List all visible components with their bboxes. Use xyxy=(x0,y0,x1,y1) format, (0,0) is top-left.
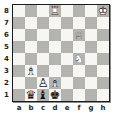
square-e7[interactable] xyxy=(61,17,73,29)
piece-outline: ♘ xyxy=(73,53,85,65)
square-d6[interactable] xyxy=(49,29,61,41)
square-a7[interactable] xyxy=(13,17,25,29)
rank-label-5: 5 xyxy=(2,41,11,53)
piece-black-bishop[interactable]: ♝ xyxy=(37,89,49,101)
chess-diagram: 87654321 ♜♖♚♔♛♕♞♘♝♗♟♙♝♗♛♝♚ abcdefgh xyxy=(0,0,119,119)
piece-solid: ♝ xyxy=(37,89,49,101)
piece-solid: ♚ xyxy=(49,89,61,101)
square-c8[interactable] xyxy=(37,5,49,17)
square-c5[interactable] xyxy=(37,41,49,53)
square-a4[interactable] xyxy=(13,53,25,65)
square-a1[interactable] xyxy=(13,89,25,101)
square-h8[interactable]: ♚♔ xyxy=(97,5,109,17)
square-b7[interactable] xyxy=(25,17,37,29)
square-a8[interactable] xyxy=(13,5,25,17)
file-label-b: b xyxy=(25,104,37,113)
piece-white-king[interactable]: ♚♔ xyxy=(97,5,109,17)
piece-white-bishop[interactable]: ♝♗ xyxy=(25,65,37,77)
square-h2[interactable] xyxy=(97,77,109,89)
square-a2[interactable] xyxy=(13,77,25,89)
square-d4[interactable] xyxy=(49,53,61,65)
square-g6[interactable] xyxy=(85,29,97,41)
file-labels: abcdefgh xyxy=(13,104,109,113)
square-e4[interactable] xyxy=(61,53,73,65)
square-c7[interactable] xyxy=(37,17,49,29)
square-f1[interactable] xyxy=(73,89,85,101)
piece-outline: ♔ xyxy=(97,5,109,17)
square-b3[interactable]: ♝♗ xyxy=(25,65,37,77)
square-e5[interactable] xyxy=(61,41,73,53)
square-g4[interactable] xyxy=(85,53,97,65)
piece-solid: ♛ xyxy=(25,89,37,101)
square-a3[interactable] xyxy=(13,65,25,77)
square-h7[interactable] xyxy=(97,17,109,29)
piece-outline: ♕ xyxy=(73,29,85,41)
square-e3[interactable] xyxy=(61,65,73,77)
file-label-g: g xyxy=(85,104,97,113)
chess-board: ♜♖♚♔♛♕♞♘♝♗♟♙♝♗♛♝♚ xyxy=(12,4,110,102)
file-label-c: c xyxy=(37,104,49,113)
square-c4[interactable] xyxy=(37,53,49,65)
square-f2[interactable] xyxy=(73,77,85,89)
square-e1[interactable] xyxy=(61,89,73,101)
square-f4[interactable]: ♞♘ xyxy=(73,53,85,65)
square-a5[interactable] xyxy=(13,41,25,53)
rank-label-8: 8 xyxy=(2,5,11,17)
square-f3[interactable] xyxy=(73,65,85,77)
file-label-d: d xyxy=(49,104,61,113)
file-label-a: a xyxy=(13,104,25,113)
rank-labels: 87654321 xyxy=(2,5,11,101)
piece-black-queen[interactable]: ♛ xyxy=(25,89,37,101)
piece-outline: ♖ xyxy=(49,5,61,17)
square-h1[interactable] xyxy=(97,89,109,101)
square-e2[interactable] xyxy=(61,77,73,89)
rank-label-3: 3 xyxy=(2,65,11,77)
square-h5[interactable] xyxy=(97,41,109,53)
piece-white-knight[interactable]: ♞♘ xyxy=(73,53,85,65)
square-a6[interactable] xyxy=(13,29,25,41)
square-d8[interactable]: ♜♖ xyxy=(49,5,61,17)
square-g1[interactable] xyxy=(85,89,97,101)
square-b8[interactable] xyxy=(25,5,37,17)
piece-outline: ♗ xyxy=(25,65,37,77)
rank-label-4: 4 xyxy=(2,53,11,65)
file-label-f: f xyxy=(73,104,85,113)
square-h6[interactable] xyxy=(97,29,109,41)
piece-white-rook[interactable]: ♜♖ xyxy=(49,5,61,17)
square-g7[interactable] xyxy=(85,17,97,29)
square-c1[interactable]: ♝ xyxy=(37,89,49,101)
piece-white-queen[interactable]: ♛♕ xyxy=(73,29,85,41)
square-g3[interactable] xyxy=(85,65,97,77)
file-label-e: e xyxy=(61,104,73,113)
square-e6[interactable] xyxy=(61,29,73,41)
square-d1[interactable]: ♚ xyxy=(49,89,61,101)
square-g5[interactable] xyxy=(85,41,97,53)
rank-label-7: 7 xyxy=(2,17,11,29)
square-b6[interactable] xyxy=(25,29,37,41)
square-c6[interactable] xyxy=(37,29,49,41)
square-e8[interactable] xyxy=(61,5,73,17)
square-f8[interactable] xyxy=(73,5,85,17)
rank-label-6: 6 xyxy=(2,29,11,41)
square-d5[interactable] xyxy=(49,41,61,53)
square-b5[interactable] xyxy=(25,41,37,53)
square-g8[interactable] xyxy=(85,5,97,17)
rank-label-1: 1 xyxy=(2,89,11,101)
rank-label-2: 2 xyxy=(2,77,11,89)
square-h4[interactable] xyxy=(97,53,109,65)
square-d7[interactable] xyxy=(49,17,61,29)
piece-black-king[interactable]: ♚ xyxy=(49,89,61,101)
square-b1[interactable]: ♛ xyxy=(25,89,37,101)
square-f6[interactable]: ♛♕ xyxy=(73,29,85,41)
file-label-h: h xyxy=(97,104,109,113)
square-h3[interactable] xyxy=(97,65,109,77)
square-g2[interactable] xyxy=(85,77,97,89)
